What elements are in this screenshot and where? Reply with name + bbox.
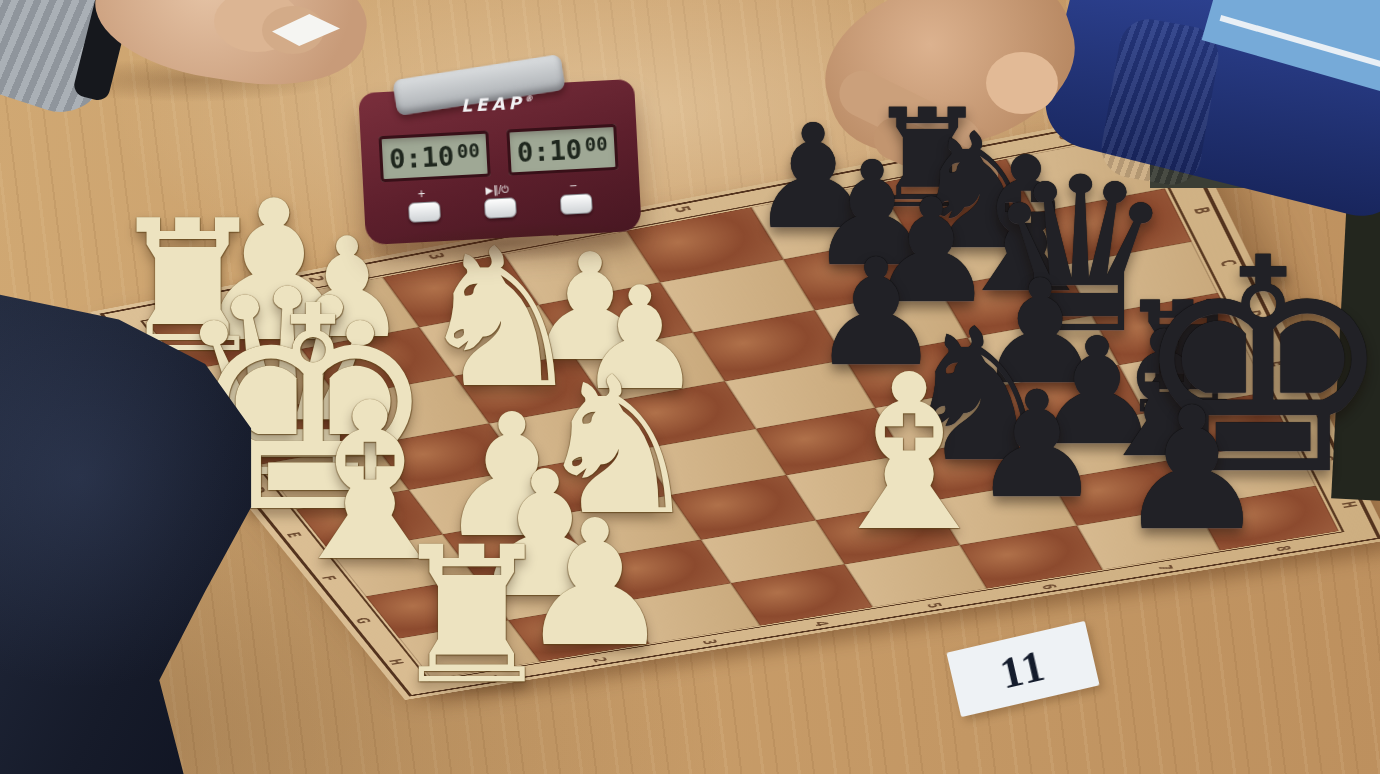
clock-play-label: ▶‖/⏻: [467, 183, 528, 198]
file-label-left-g: G: [351, 616, 375, 625]
rank-label-bottom-8: 8: [1271, 544, 1295, 553]
chess-clock: LEAP® 0:1000 0:1000 + ▶‖/⏻ −: [358, 79, 642, 245]
piece-white-bishop-g5[interactable]: ♝: [813, 346, 1006, 561]
rank-label-bottom-3: 3: [698, 638, 721, 646]
table-number-card: 11: [946, 621, 1099, 717]
scene: AABBCCDDEEFFGGHH1122334455667788 ♜♟♟♛♚♝♜…: [0, 0, 1380, 774]
rank-label-top-5: 5: [669, 204, 695, 214]
clock-right-display-seconds: 00: [584, 132, 608, 155]
clock-right-display: 0:1000: [506, 124, 618, 176]
clock-play-pause-button[interactable]: [484, 197, 517, 219]
clock-left-display-seconds: 00: [456, 139, 480, 162]
clock-registered-mark: ®: [525, 95, 533, 104]
rank-label-bottom-4: 4: [810, 620, 833, 628]
clock-left-display: 0:1000: [378, 131, 490, 183]
table-number: 11: [995, 639, 1051, 699]
clock-minus-button[interactable]: [560, 193, 593, 215]
rank-label-bottom-5: 5: [923, 601, 947, 609]
clock-minus-label: −: [543, 179, 603, 193]
rank-label-bottom-6: 6: [1037, 583, 1061, 591]
clock-plus-button[interactable]: [408, 201, 441, 223]
clock-plus-label: +: [391, 187, 451, 201]
piece-white-rook-h1[interactable]: ♜: [388, 522, 557, 710]
piece-black-pawn-h7[interactable]: ♟: [1116, 384, 1268, 554]
